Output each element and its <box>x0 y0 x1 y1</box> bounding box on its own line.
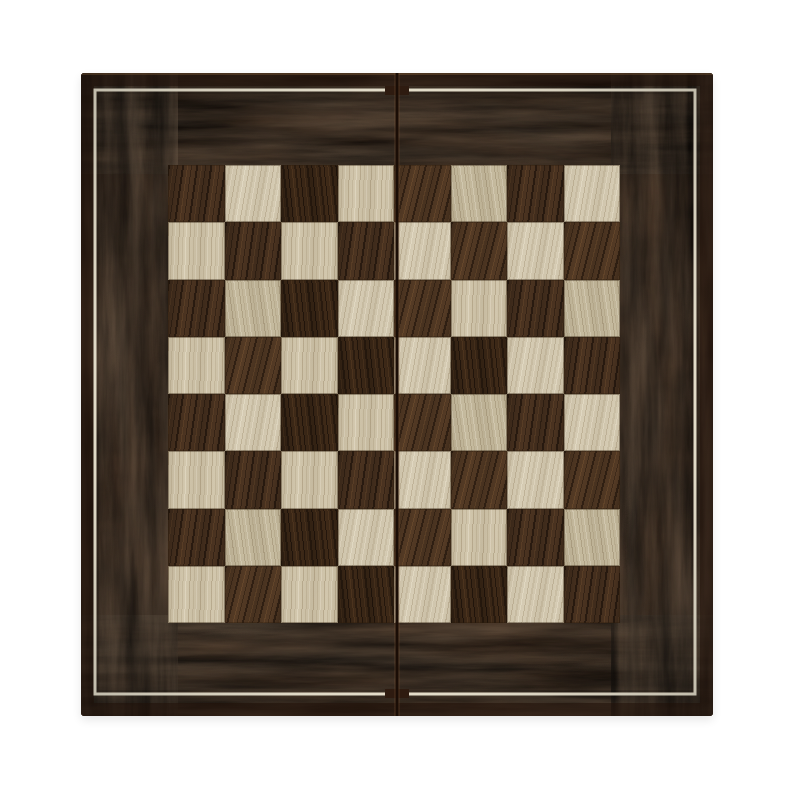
square-g8[interactable] <box>507 165 564 222</box>
square-a1[interactable] <box>168 566 225 623</box>
square-h2[interactable] <box>564 509 621 566</box>
square-a4[interactable] <box>168 394 225 451</box>
square-g7[interactable] <box>507 222 564 279</box>
square-d7[interactable] <box>338 222 395 279</box>
square-g4[interactable] <box>507 394 564 451</box>
square-h3[interactable] <box>564 451 621 508</box>
square-h1[interactable] <box>564 566 621 623</box>
square-f6[interactable] <box>451 280 508 337</box>
square-c8[interactable] <box>281 165 338 222</box>
square-b8[interactable] <box>225 165 282 222</box>
square-b6[interactable] <box>225 280 282 337</box>
square-f4[interactable] <box>451 394 508 451</box>
hinge-seam <box>394 73 400 716</box>
square-d2[interactable] <box>338 509 395 566</box>
square-g6[interactable] <box>507 280 564 337</box>
square-h4[interactable] <box>564 394 621 451</box>
square-h8[interactable] <box>564 165 621 222</box>
square-f2[interactable] <box>451 509 508 566</box>
square-b5[interactable] <box>225 337 282 394</box>
square-e1[interactable] <box>394 566 451 623</box>
square-c7[interactable] <box>281 222 338 279</box>
product-photo <box>0 0 800 800</box>
square-a5[interactable] <box>168 337 225 394</box>
square-a2[interactable] <box>168 509 225 566</box>
square-g1[interactable] <box>507 566 564 623</box>
square-c1[interactable] <box>281 566 338 623</box>
square-c2[interactable] <box>281 509 338 566</box>
square-g5[interactable] <box>507 337 564 394</box>
square-b7[interactable] <box>225 222 282 279</box>
square-e5[interactable] <box>394 337 451 394</box>
square-e3[interactable] <box>394 451 451 508</box>
square-d6[interactable] <box>338 280 395 337</box>
square-f5[interactable] <box>451 337 508 394</box>
square-a7[interactable] <box>168 222 225 279</box>
square-c6[interactable] <box>281 280 338 337</box>
square-h6[interactable] <box>564 280 621 337</box>
square-e2[interactable] <box>394 509 451 566</box>
square-b2[interactable] <box>225 509 282 566</box>
folding-chessboard <box>81 73 713 716</box>
square-e4[interactable] <box>394 394 451 451</box>
square-f8[interactable] <box>451 165 508 222</box>
square-b1[interactable] <box>225 566 282 623</box>
square-d8[interactable] <box>338 165 395 222</box>
square-a3[interactable] <box>168 451 225 508</box>
square-h7[interactable] <box>564 222 621 279</box>
square-c3[interactable] <box>281 451 338 508</box>
square-f3[interactable] <box>451 451 508 508</box>
square-d1[interactable] <box>338 566 395 623</box>
square-g3[interactable] <box>507 451 564 508</box>
square-a8[interactable] <box>168 165 225 222</box>
square-a6[interactable] <box>168 280 225 337</box>
square-c4[interactable] <box>281 394 338 451</box>
square-b4[interactable] <box>225 394 282 451</box>
square-h5[interactable] <box>564 337 621 394</box>
square-e7[interactable] <box>394 222 451 279</box>
square-e8[interactable] <box>394 165 451 222</box>
square-g2[interactable] <box>507 509 564 566</box>
square-d3[interactable] <box>338 451 395 508</box>
square-b3[interactable] <box>225 451 282 508</box>
square-f1[interactable] <box>451 566 508 623</box>
square-d4[interactable] <box>338 394 395 451</box>
square-c5[interactable] <box>281 337 338 394</box>
square-f7[interactable] <box>451 222 508 279</box>
square-d5[interactable] <box>338 337 395 394</box>
square-e6[interactable] <box>394 280 451 337</box>
